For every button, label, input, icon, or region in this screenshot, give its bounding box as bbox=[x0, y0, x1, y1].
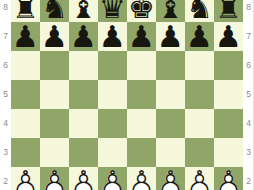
rank-label-5-left: 5 bbox=[0, 80, 11, 109]
white-pawn-outline: ♙ bbox=[69, 167, 98, 190]
square-d5[interactable] bbox=[98, 80, 127, 109]
square-b4[interactable] bbox=[40, 109, 69, 138]
rank-labels-left: 8765432 bbox=[0, 0, 11, 190]
rank-label-7-right: 7 bbox=[243, 22, 254, 51]
piece-white-pawn[interactable]: ♟♙ bbox=[214, 167, 243, 190]
square-c3[interactable] bbox=[69, 138, 98, 167]
square-a3[interactable] bbox=[11, 138, 40, 167]
square-f4[interactable] bbox=[156, 109, 185, 138]
square-a6[interactable] bbox=[11, 51, 40, 80]
white-pawn-outline: ♙ bbox=[11, 167, 40, 190]
rank-label-2-left: 2 bbox=[0, 167, 11, 190]
rank-label-6-right: 6 bbox=[243, 51, 254, 80]
square-d7[interactable]: ♟ bbox=[98, 22, 127, 51]
piece-black-pawn[interactable]: ♟ bbox=[215, 22, 242, 51]
square-h5[interactable] bbox=[214, 80, 243, 109]
square-c4[interactable] bbox=[69, 109, 98, 138]
square-g7[interactable]: ♟ bbox=[185, 22, 214, 51]
square-d2[interactable]: ♟♙ bbox=[98, 167, 127, 190]
square-e5[interactable] bbox=[127, 80, 156, 109]
square-f5[interactable] bbox=[156, 80, 185, 109]
square-c7[interactable]: ♟ bbox=[69, 22, 98, 51]
square-g4[interactable] bbox=[185, 109, 214, 138]
square-e2[interactable]: ♟♙ bbox=[127, 167, 156, 190]
piece-white-pawn[interactable]: ♟♙ bbox=[127, 167, 156, 190]
piece-white-pawn[interactable]: ♟♙ bbox=[40, 167, 69, 190]
square-h7[interactable]: ♟ bbox=[214, 22, 243, 51]
piece-black-pawn[interactable]: ♟ bbox=[12, 22, 39, 51]
rank-label-5-right: 5 bbox=[243, 80, 254, 109]
piece-black-pawn[interactable]: ♟ bbox=[41, 22, 68, 51]
square-d4[interactable] bbox=[98, 109, 127, 138]
square-f3[interactable] bbox=[156, 138, 185, 167]
square-a5[interactable] bbox=[11, 80, 40, 109]
square-c5[interactable] bbox=[69, 80, 98, 109]
square-b3[interactable] bbox=[40, 138, 69, 167]
piece-white-pawn[interactable]: ♟♙ bbox=[98, 167, 127, 190]
square-a7[interactable]: ♟ bbox=[11, 22, 40, 51]
square-a4[interactable] bbox=[11, 109, 40, 138]
piece-black-pawn[interactable]: ♟ bbox=[128, 22, 155, 51]
square-e7[interactable]: ♟ bbox=[127, 22, 156, 51]
rank-label-7-left: 7 bbox=[0, 22, 11, 51]
chess-board[interactable]: ♜♞♝♛♚♝♞♜♟♟♟♟♟♟♟♟♟♙♟♙♟♙♟♙♟♙♟♙♟♙♟♙♜♞♝♛♚♝♞♜ bbox=[11, 0, 243, 190]
square-b5[interactable] bbox=[40, 80, 69, 109]
chess-board-screenshot: 8765432 ♜♞♝♛♚♝♞♜♟♟♟♟♟♟♟♟♟♙♟♙♟♙♟♙♟♙♟♙♟♙♟♙… bbox=[0, 0, 254, 190]
white-pawn-outline: ♙ bbox=[98, 167, 127, 190]
square-e4[interactable] bbox=[127, 109, 156, 138]
square-c2[interactable]: ♟♙ bbox=[69, 167, 98, 190]
white-pawn-outline: ♙ bbox=[127, 167, 156, 190]
piece-white-pawn[interactable]: ♟♙ bbox=[69, 167, 98, 190]
square-b2[interactable]: ♟♙ bbox=[40, 167, 69, 190]
square-h6[interactable] bbox=[214, 51, 243, 80]
square-g6[interactable] bbox=[185, 51, 214, 80]
square-d3[interactable] bbox=[98, 138, 127, 167]
rank-label-8-right: 8 bbox=[243, 0, 254, 22]
piece-black-pawn[interactable]: ♟ bbox=[157, 22, 184, 51]
white-pawn-outline: ♙ bbox=[185, 167, 214, 190]
rank-label-3-left: 3 bbox=[0, 138, 11, 167]
square-e3[interactable] bbox=[127, 138, 156, 167]
square-f2[interactable]: ♟♙ bbox=[156, 167, 185, 190]
rank-label-2-right: 2 bbox=[243, 167, 254, 190]
piece-white-pawn[interactable]: ♟♙ bbox=[156, 167, 185, 190]
rank-label-3-right: 3 bbox=[243, 138, 254, 167]
square-c6[interactable] bbox=[69, 51, 98, 80]
square-b7[interactable]: ♟ bbox=[40, 22, 69, 51]
square-f6[interactable] bbox=[156, 51, 185, 80]
square-a2[interactable]: ♟♙ bbox=[11, 167, 40, 190]
square-g3[interactable] bbox=[185, 138, 214, 167]
square-g2[interactable]: ♟♙ bbox=[185, 167, 214, 190]
white-pawn-outline: ♙ bbox=[40, 167, 69, 190]
white-pawn-outline: ♙ bbox=[156, 167, 185, 190]
square-e6[interactable] bbox=[127, 51, 156, 80]
rank-label-6-left: 6 bbox=[0, 51, 11, 80]
square-b6[interactable] bbox=[40, 51, 69, 80]
piece-white-pawn[interactable]: ♟♙ bbox=[11, 167, 40, 190]
square-h4[interactable] bbox=[214, 109, 243, 138]
rank-label-4-right: 4 bbox=[243, 109, 254, 138]
piece-black-pawn[interactable]: ♟ bbox=[70, 22, 97, 51]
square-f7[interactable]: ♟ bbox=[156, 22, 185, 51]
piece-white-pawn[interactable]: ♟♙ bbox=[185, 167, 214, 190]
square-g5[interactable] bbox=[185, 80, 214, 109]
white-pawn-outline: ♙ bbox=[214, 167, 243, 190]
piece-black-pawn[interactable]: ♟ bbox=[186, 22, 213, 51]
rank-label-4-left: 4 bbox=[0, 109, 11, 138]
square-h3[interactable] bbox=[214, 138, 243, 167]
piece-black-pawn[interactable]: ♟ bbox=[99, 22, 126, 51]
rank-label-8-left: 8 bbox=[0, 0, 11, 22]
square-d6[interactable] bbox=[98, 51, 127, 80]
square-h2[interactable]: ♟♙ bbox=[214, 167, 243, 190]
rank-labels-right: 8765432 bbox=[243, 0, 254, 190]
